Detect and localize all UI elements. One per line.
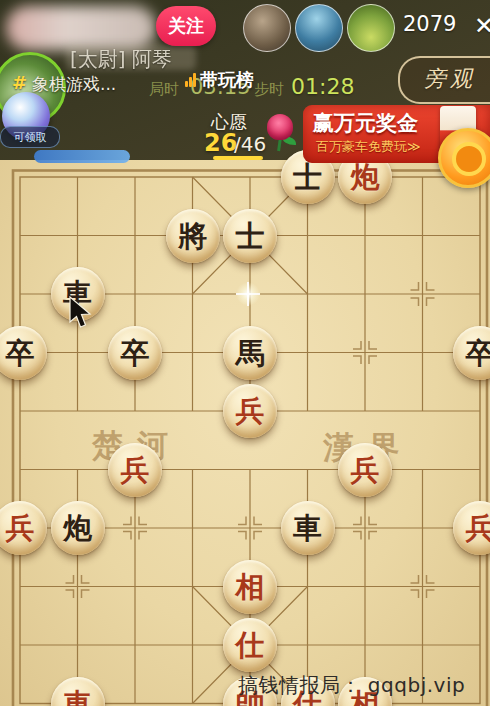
- piece-glyph: 炮: [51, 501, 105, 555]
- rose-icon[interactable]: [262, 112, 298, 152]
- wish-current-count: 26: [204, 129, 237, 157]
- mouse-cursor: [66, 296, 94, 330]
- piece-glyph: 仕: [223, 618, 277, 672]
- red-piece-兵[interactable]: 兵: [453, 501, 490, 555]
- spectate-label[interactable]: 旁观: [424, 64, 476, 94]
- watermark: 搞钱情报局： gqqbj.vip: [238, 672, 465, 699]
- red-piece-車[interactable]: 車: [51, 677, 105, 706]
- prize-banner-subtitle[interactable]: 百万豪车免费玩≫: [316, 138, 421, 156]
- claim-label: 可领取: [14, 130, 47, 145]
- piece-glyph: 將: [166, 209, 220, 263]
- piece-glyph: 兵: [0, 501, 47, 555]
- viewer-count: 2079: [403, 12, 456, 36]
- streamer-title: [太尉] 阿琴: [70, 46, 172, 73]
- viewer-avatar[interactable]: [347, 4, 395, 52]
- red-piece-仕[interactable]: 仕: [223, 618, 277, 672]
- viewer-avatar[interactable]: [243, 4, 291, 52]
- red-piece-兵[interactable]: 兵: [108, 443, 162, 497]
- hashtag-icon: #: [12, 72, 27, 93]
- piece-glyph: 兵: [223, 384, 277, 438]
- follow-button[interactable]: 关注: [156, 6, 216, 46]
- claim-pill[interactable]: 可领取: [0, 126, 60, 148]
- move-time-value: 01:28: [291, 74, 354, 99]
- piece-glyph: 卒: [0, 326, 47, 380]
- piece-glyph: 卒: [108, 326, 162, 380]
- move-time-label: 步时: [254, 80, 284, 99]
- piece-glyph: 士: [223, 209, 277, 263]
- black-piece-士[interactable]: 士: [223, 209, 277, 263]
- piece-glyph: 兵: [338, 443, 392, 497]
- close-icon[interactable]: ✕: [474, 12, 490, 40]
- black-piece-卒[interactable]: 卒: [0, 326, 47, 380]
- black-piece-車[interactable]: 車: [281, 501, 335, 555]
- sparkle-effect: [236, 282, 260, 306]
- game-tag[interactable]: 象棋游戏...: [32, 73, 116, 96]
- red-piece-兵[interactable]: 兵: [223, 384, 277, 438]
- black-piece-炮[interactable]: 炮: [51, 501, 105, 555]
- activity-badge[interactable]: [34, 150, 130, 163]
- piece-glyph: 兵: [108, 443, 162, 497]
- piece-glyph: 卒: [453, 326, 490, 380]
- viewer-avatar[interactable]: [295, 4, 343, 52]
- playboard-button[interactable]: 带玩榜: [200, 68, 254, 92]
- xiangqi-board[interactable]: 楚河 漢界 士炮將士車卒卒馬卒兵兵兵兵炮車兵相仕車帥仕相: [0, 160, 490, 706]
- black-piece-卒[interactable]: 卒: [108, 326, 162, 380]
- game-time-label: 局时: [149, 80, 179, 99]
- black-piece-馬[interactable]: 馬: [223, 326, 277, 380]
- red-piece-相[interactable]: 相: [223, 560, 277, 614]
- piece-glyph: 兵: [453, 501, 490, 555]
- piece-glyph: 車: [51, 677, 105, 706]
- coin-icon[interactable]: [438, 128, 490, 188]
- black-piece-卒[interactable]: 卒: [453, 326, 490, 380]
- black-piece-將[interactable]: 將: [166, 209, 220, 263]
- piece-glyph: 車: [281, 501, 335, 555]
- red-piece-兵[interactable]: 兵: [338, 443, 392, 497]
- live-stream-screen: 楚河 漢界 士炮將士車卒卒馬卒兵兵兵兵炮車兵相仕車帥仕相 关注 2079 ✕ […: [0, 0, 490, 706]
- wish-underline: [213, 156, 263, 160]
- red-piece-兵[interactable]: 兵: [0, 501, 47, 555]
- bar-chart-icon: [185, 73, 196, 87]
- prize-banner-title[interactable]: 赢万元奖金: [313, 109, 418, 137]
- piece-glyph: 馬: [223, 326, 277, 380]
- piece-glyph: 相: [223, 560, 277, 614]
